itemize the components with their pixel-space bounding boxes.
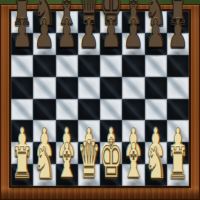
square-d7[interactable] [78, 33, 100, 55]
square-e4[interactable] [100, 99, 122, 121]
square-d1[interactable] [78, 164, 100, 186]
square-e8[interactable] [100, 11, 122, 33]
square-e7[interactable] [100, 33, 122, 55]
square-c4[interactable] [56, 99, 78, 121]
square-h3[interactable] [167, 120, 189, 142]
square-a4[interactable] [11, 99, 33, 121]
square-a8[interactable] [11, 11, 33, 33]
square-h5[interactable] [167, 77, 189, 99]
square-h1[interactable] [167, 164, 189, 186]
square-g2[interactable] [145, 142, 167, 164]
square-f5[interactable] [122, 77, 144, 99]
square-c2[interactable] [56, 142, 78, 164]
square-a1[interactable] [11, 164, 33, 186]
square-b8[interactable] [33, 11, 55, 33]
square-h4[interactable] [167, 99, 189, 121]
square-a5[interactable] [11, 77, 33, 99]
square-e3[interactable] [100, 120, 122, 142]
square-g4[interactable] [145, 99, 167, 121]
square-d3[interactable] [78, 120, 100, 142]
square-b2[interactable] [33, 142, 55, 164]
square-h8[interactable] [167, 11, 189, 33]
square-f2[interactable] [122, 142, 144, 164]
square-g6[interactable] [145, 55, 167, 77]
square-e1[interactable] [100, 164, 122, 186]
square-g3[interactable] [145, 120, 167, 142]
square-f1[interactable] [122, 164, 144, 186]
square-e2[interactable] [100, 142, 122, 164]
square-f8[interactable] [122, 11, 144, 33]
square-e6[interactable] [100, 55, 122, 77]
square-a3[interactable] [11, 120, 33, 142]
square-c8[interactable] [56, 11, 78, 33]
square-b7[interactable] [33, 33, 55, 55]
square-h2[interactable] [167, 142, 189, 164]
chess-board [11, 11, 189, 186]
square-c7[interactable] [56, 33, 78, 55]
square-b6[interactable] [33, 55, 55, 77]
chess-app-window: ♜♞♝♛♚♝♞♜♟♟♟♟♟♟♟♟♟♟♟♟♟♟♟♟♜♞♝♛♚♝♞♜ [0, 0, 200, 200]
square-a6[interactable] [11, 55, 33, 77]
square-f4[interactable] [122, 99, 144, 121]
square-h7[interactable] [167, 33, 189, 55]
square-f7[interactable] [122, 33, 144, 55]
square-g8[interactable] [145, 11, 167, 33]
square-h6[interactable] [167, 55, 189, 77]
square-c1[interactable] [56, 164, 78, 186]
square-a2[interactable] [11, 142, 33, 164]
square-e5[interactable] [100, 77, 122, 99]
square-g5[interactable] [145, 77, 167, 99]
square-a7[interactable] [11, 33, 33, 55]
square-b3[interactable] [33, 120, 55, 142]
square-d5[interactable] [78, 77, 100, 99]
square-d6[interactable] [78, 55, 100, 77]
square-c3[interactable] [56, 120, 78, 142]
square-g7[interactable] [145, 33, 167, 55]
square-b4[interactable] [33, 99, 55, 121]
square-d8[interactable] [78, 11, 100, 33]
square-d2[interactable] [78, 142, 100, 164]
square-d4[interactable] [78, 99, 100, 121]
square-b5[interactable] [33, 77, 55, 99]
square-f3[interactable] [122, 120, 144, 142]
square-b1[interactable] [33, 164, 55, 186]
square-c5[interactable] [56, 77, 78, 99]
square-g1[interactable] [145, 164, 167, 186]
square-c6[interactable] [56, 55, 78, 77]
square-f6[interactable] [122, 55, 144, 77]
